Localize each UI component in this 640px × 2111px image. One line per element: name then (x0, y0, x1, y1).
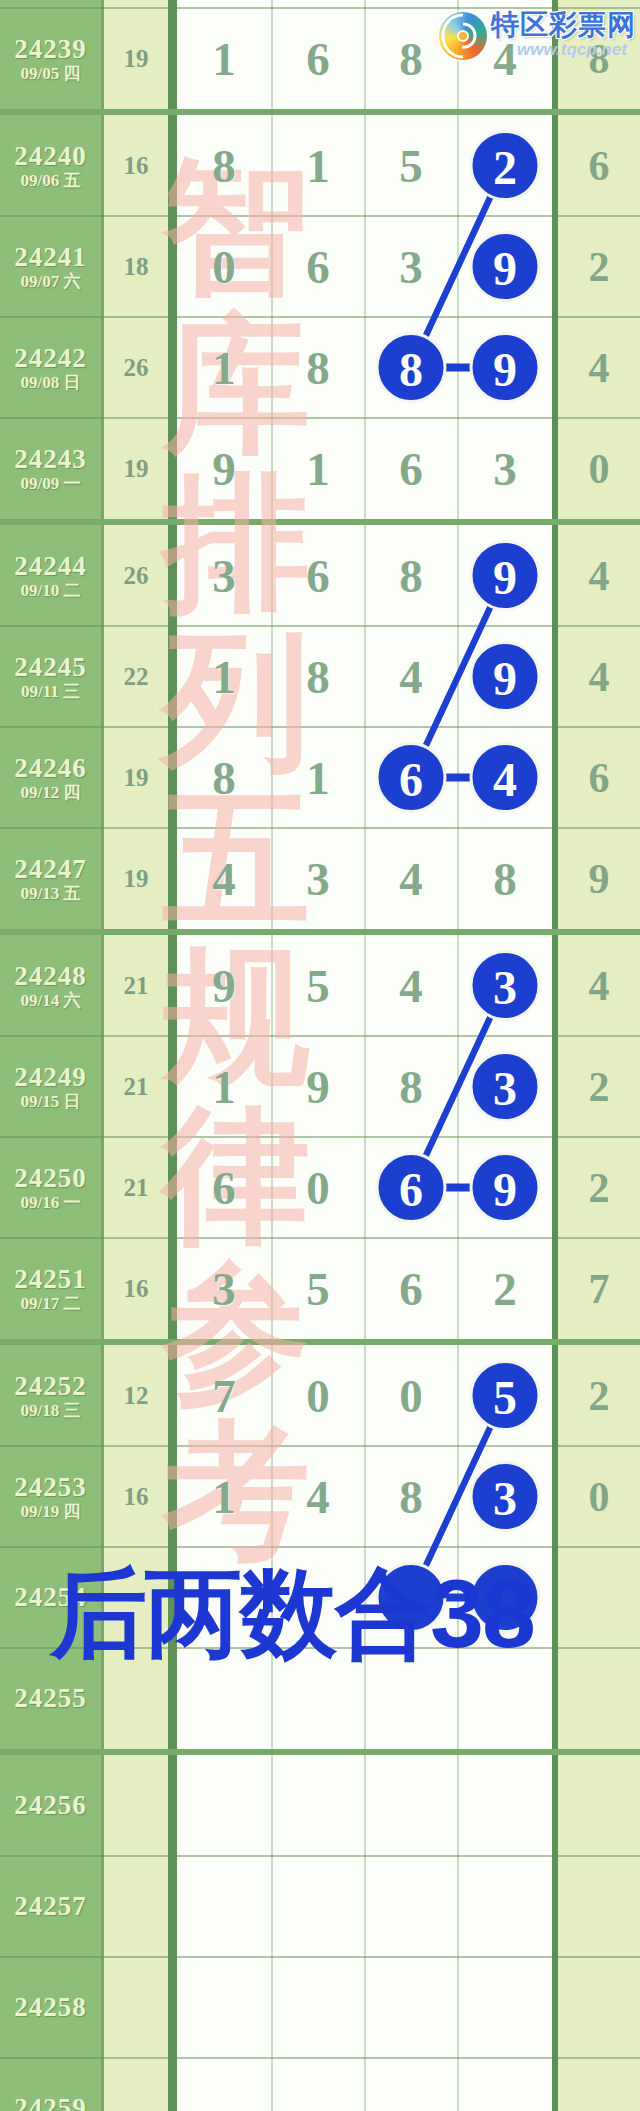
digit-cell: 6 (365, 418, 457, 519)
tail-digit: 4 (558, 626, 640, 727)
issue-number: 24258 (14, 1994, 87, 2021)
issue-number: 24239 (14, 36, 87, 63)
draw-date: 09/14 六 (21, 992, 81, 1009)
digit-cell: 4 (365, 935, 457, 1036)
sum-value: 19 (104, 828, 168, 929)
sum-value: 16 (104, 1446, 168, 1547)
digit-cell: 6 (178, 1137, 270, 1238)
issue-number: 24253 (14, 1474, 87, 1501)
issue-number: 24256 (14, 1792, 87, 1819)
sum-value: 26 (104, 317, 168, 418)
sum-value: 18 (104, 216, 168, 317)
issue-number: 24250 (14, 1165, 87, 1192)
row-label: 2424809/14 六 (0, 935, 101, 1036)
row-label: 2424609/12 四 (0, 727, 101, 828)
digit-cell: 8 (272, 317, 364, 418)
sum-value: 12 (104, 1345, 168, 1446)
issue-number: 24251 (14, 1266, 87, 1293)
logo-text-block: 特区彩票网 www.tqcp.net (491, 10, 636, 59)
issue-number: 24248 (14, 963, 87, 990)
issue-number: 24242 (14, 345, 87, 372)
digit-cell: 3 (272, 828, 364, 929)
digit-cell: 6 (272, 525, 364, 626)
issue-number: 24243 (14, 446, 87, 473)
sum-value: 21 (104, 935, 168, 1036)
row-label: 2423909/05 四 (0, 8, 101, 109)
site-logo[interactable]: 特区彩票网 www.tqcp.net (439, 10, 636, 60)
draw-date: 09/05 四 (21, 65, 81, 82)
row-label: 2425309/19 四 (0, 1446, 101, 1547)
issue-number: 24259 (14, 2095, 87, 2111)
tail-digit: 0 (558, 418, 640, 519)
digit-cell: 8 (178, 727, 270, 828)
draw-date: 09/16 一 (21, 1194, 81, 1211)
digit-cell: 3 (459, 418, 551, 519)
digit-cell: 0 (272, 1345, 364, 1446)
digit-cell: 9 (178, 935, 270, 1036)
tail-digit: 6 (558, 115, 640, 216)
issue-number: 24241 (14, 244, 87, 271)
tail-digit: 2 (558, 1345, 640, 1446)
tail-digit: 4 (558, 935, 640, 1036)
logo-url-watermark: www.tqcp.net (491, 41, 636, 60)
digit-cell: 3 (365, 216, 457, 317)
sum-value: 22 (104, 626, 168, 727)
digit-cell: 2 (459, 1238, 551, 1339)
tail-digit: 7 (558, 1238, 640, 1339)
row-label: 24256 (0, 1755, 101, 1856)
digit-cell: 5 (272, 935, 364, 1036)
tail-digit: 9 (558, 828, 640, 929)
sum-value: 21 (104, 1137, 168, 1238)
tail-digit: 4 (558, 317, 640, 418)
row-label: 2424109/07 六 (0, 216, 101, 317)
row-label: 2425209/18 三 (0, 1345, 101, 1446)
digit-cell: 8 (365, 1446, 457, 1547)
issue-number: 24252 (14, 1373, 87, 1400)
tail-digit: 2 (558, 1137, 640, 1238)
row-label: 2425109/17 二 (0, 1238, 101, 1339)
digit-cell: 9 (272, 1036, 364, 1137)
draw-date: 09/13 五 (21, 885, 81, 902)
digit-cell: 8 (272, 626, 364, 727)
digit-cell: 1 (178, 317, 270, 418)
sum-value: 19 (104, 8, 168, 109)
digit-cell: 0 (272, 1137, 364, 1238)
digit-cell: 6 (272, 8, 364, 109)
digit-cell: 7 (178, 1345, 270, 1446)
row-label: 2424209/08 日 (0, 317, 101, 418)
draw-date: 09/09 一 (21, 475, 81, 492)
tail-digit: 2 (558, 1036, 640, 1137)
issue-number: 24240 (14, 143, 87, 170)
sum-value: 16 (104, 1238, 168, 1339)
tail-digit: 2 (558, 216, 640, 317)
sum-value: 21 (104, 1036, 168, 1137)
issue-number: 24257 (14, 1893, 87, 1920)
digit-cell: 1 (178, 1036, 270, 1137)
digit-cell: 6 (365, 1238, 457, 1339)
digit-cell: 1 (178, 626, 270, 727)
draw-date: 09/10 二 (21, 582, 81, 599)
issue-number: 24255 (14, 1685, 87, 1712)
digit-cell: 8 (459, 828, 551, 929)
digit-cell: 1 (272, 727, 364, 828)
tail-digit: 0 (558, 1446, 640, 1547)
digit-cell: 4 (272, 1446, 364, 1547)
row-label: 24258 (0, 1957, 101, 2058)
digit-cell: 1 (178, 1446, 270, 1547)
digit-cell: 1 (178, 8, 270, 109)
lottery-trend-chart: 智库排列五规律参考 2423909/05 四19168482424009/06 … (0, 0, 640, 2111)
draw-date: 09/08 日 (21, 374, 81, 391)
issue-number: 24246 (14, 755, 87, 782)
digit-cell: 0 (365, 1345, 457, 1446)
swirl-logo-icon (439, 12, 487, 60)
digit-cell: 1 (272, 115, 364, 216)
sum-value: 19 (104, 727, 168, 828)
digit-cell: 4 (178, 828, 270, 929)
draw-date: 09/19 四 (21, 1503, 81, 1520)
row-label: 2424509/11 三 (0, 626, 101, 727)
row-label: 2424909/15 日 (0, 1036, 101, 1137)
issue-number: 24244 (14, 553, 87, 580)
row-label: 2424309/09 一 (0, 418, 101, 519)
sum-value: 19 (104, 418, 168, 519)
digit-cell: 8 (365, 525, 457, 626)
draw-date: 09/17 二 (21, 1295, 81, 1312)
digit-cell: 3 (178, 525, 270, 626)
row-label: 2424709/13 五 (0, 828, 101, 929)
prediction-annotation: 后两数合38 (50, 1563, 534, 1665)
digit-cell: 4 (365, 626, 457, 727)
digit-cell: 1 (272, 418, 364, 519)
digit-cell: 5 (272, 1238, 364, 1339)
digit-cell: 0 (178, 216, 270, 317)
digit-cell: 8 (178, 115, 270, 216)
digit-cell: 3 (178, 1238, 270, 1339)
digit-cell: 5 (365, 115, 457, 216)
issue-number: 24245 (14, 654, 87, 681)
sum-value: 16 (104, 115, 168, 216)
row-label: 2425009/16 一 (0, 1137, 101, 1238)
digit-cell: 9 (178, 418, 270, 519)
draw-date: 09/07 六 (21, 273, 81, 290)
row-label: 24259 (0, 2058, 101, 2111)
draw-date: 09/15 日 (21, 1093, 81, 1110)
sum-value: 26 (104, 525, 168, 626)
row-label: 24257 (0, 1856, 101, 1957)
issue-number: 24247 (14, 856, 87, 883)
issue-number: 24249 (14, 1064, 87, 1091)
draw-date: 09/12 四 (21, 784, 81, 801)
digit-cell: 8 (365, 1036, 457, 1137)
logo-title: 特区彩票网 (491, 10, 636, 41)
digit-cell: 6 (272, 216, 364, 317)
tail-digit: 6 (558, 727, 640, 828)
row-label: 2424009/06 五 (0, 115, 101, 216)
draw-date: 09/18 三 (21, 1402, 81, 1419)
tail-digit: 4 (558, 525, 640, 626)
row-label: 2424409/10 二 (0, 525, 101, 626)
draw-date: 09/11 三 (21, 683, 80, 700)
draw-date: 09/06 五 (21, 172, 81, 189)
digit-cell: 4 (365, 828, 457, 929)
